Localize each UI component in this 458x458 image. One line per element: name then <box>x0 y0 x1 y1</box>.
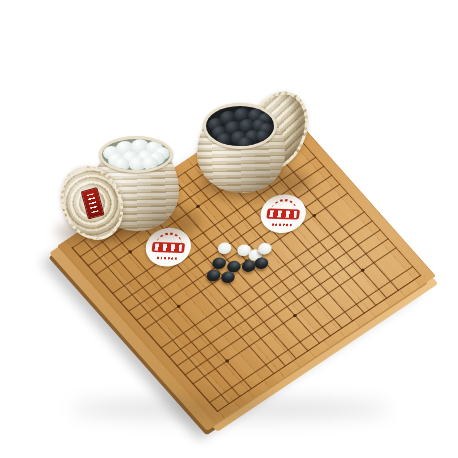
black-stone-in-bowl <box>238 137 254 146</box>
black-stones-pile <box>206 106 274 146</box>
go-set-photo <box>0 0 458 458</box>
black-stone-in-bowl <box>256 130 271 142</box>
white-stone-in-bowl <box>114 158 130 170</box>
white-bowl-opening <box>99 136 173 173</box>
lid-red-seal-sticker <box>80 187 104 219</box>
seal-design <box>258 194 308 234</box>
seal-sub-text <box>272 223 292 226</box>
white-stones-pile <box>102 139 170 170</box>
black-bowl-opening <box>203 103 277 149</box>
seal-red-band <box>266 209 300 220</box>
seal-sub-text <box>157 257 177 260</box>
board-drop-shadow <box>70 398 390 420</box>
seal-red-band <box>151 242 185 253</box>
seal-band-characters <box>269 210 297 218</box>
lid-seal-characters <box>86 193 98 213</box>
seal-band-characters <box>154 244 182 252</box>
white-stone-in-bowl <box>142 157 158 170</box>
